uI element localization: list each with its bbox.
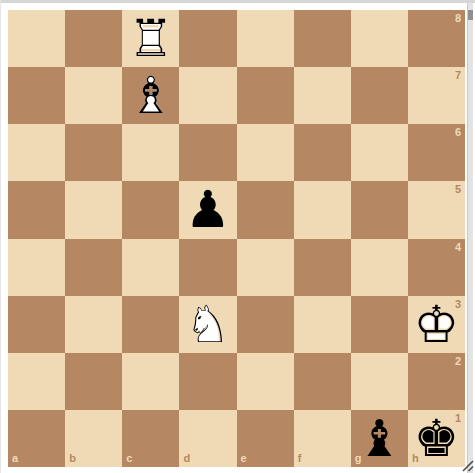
file-label-b: b <box>69 453 76 464</box>
white-bishop[interactable]: ♝♗ <box>122 67 179 124</box>
scrollbar-track[interactable] <box>467 3 473 473</box>
square-b2[interactable] <box>65 353 122 410</box>
square-h2[interactable]: 2 <box>408 353 465 410</box>
square-c1[interactable]: c <box>122 410 179 467</box>
square-b3[interactable] <box>65 296 122 353</box>
square-d2[interactable] <box>179 353 236 410</box>
square-g7[interactable] <box>351 67 408 124</box>
square-a1[interactable]: a <box>8 410 65 467</box>
square-e8[interactable] <box>237 10 294 67</box>
rank-label-5: 5 <box>455 184 461 195</box>
black-king[interactable]: ♚ <box>408 410 465 467</box>
square-c7[interactable]: ♝♗ <box>122 67 179 124</box>
square-b1[interactable]: b <box>65 410 122 467</box>
square-d8[interactable] <box>179 10 236 67</box>
square-h3[interactable]: 3♚♔ <box>408 296 465 353</box>
file-label-c: c <box>126 453 132 464</box>
square-a4[interactable] <box>8 239 65 296</box>
square-a2[interactable] <box>8 353 65 410</box>
square-c8[interactable]: ♜♖ <box>122 10 179 67</box>
square-g1[interactable]: g♝ <box>351 410 408 467</box>
square-b7[interactable] <box>65 67 122 124</box>
square-g8[interactable] <box>351 10 408 67</box>
square-e5[interactable] <box>237 181 294 238</box>
white-rook[interactable]: ♜♖ <box>122 10 179 67</box>
square-c2[interactable] <box>122 353 179 410</box>
rank-label-6: 6 <box>455 127 461 138</box>
file-label-a: a <box>12 453 18 464</box>
square-f8[interactable] <box>294 10 351 67</box>
square-h4[interactable]: 4 <box>408 239 465 296</box>
square-c3[interactable] <box>122 296 179 353</box>
file-label-e: e <box>241 453 247 464</box>
black-bishop[interactable]: ♝ <box>351 410 408 467</box>
white-rook-glyph-outline: ♖ <box>122 10 179 67</box>
square-d4[interactable] <box>179 239 236 296</box>
square-g5[interactable] <box>351 181 408 238</box>
file-label-f: f <box>298 453 302 464</box>
square-a8[interactable] <box>8 10 65 67</box>
window-top-edge <box>0 0 475 3</box>
white-bishop-glyph-outline: ♗ <box>122 67 179 124</box>
square-a7[interactable] <box>8 67 65 124</box>
square-b6[interactable] <box>65 124 122 181</box>
square-d7[interactable] <box>179 67 236 124</box>
square-d1[interactable]: d <box>179 410 236 467</box>
square-d5[interactable]: ♟ <box>179 181 236 238</box>
square-f4[interactable] <box>294 239 351 296</box>
square-a6[interactable] <box>8 124 65 181</box>
chess-board: ♜♖8♝♗76♟54♞♘3♚♔2abcdefg♝1h♚ <box>8 10 465 467</box>
window-left-edge <box>0 0 1 473</box>
resize-grip-icon[interactable] <box>460 458 474 472</box>
square-f5[interactable] <box>294 181 351 238</box>
square-g2[interactable] <box>351 353 408 410</box>
square-b8[interactable] <box>65 10 122 67</box>
file-label-d: d <box>183 453 190 464</box>
square-a5[interactable] <box>8 181 65 238</box>
square-b5[interactable] <box>65 181 122 238</box>
square-c4[interactable] <box>122 239 179 296</box>
black-pawn-glyph: ♟ <box>179 181 236 238</box>
rank-label-2: 2 <box>455 356 461 367</box>
square-e6[interactable] <box>237 124 294 181</box>
square-g3[interactable] <box>351 296 408 353</box>
black-bishop-glyph: ♝ <box>351 410 408 467</box>
white-king-glyph-outline: ♔ <box>408 296 465 353</box>
square-h6[interactable]: 6 <box>408 124 465 181</box>
rank-label-8: 8 <box>455 13 461 24</box>
square-h5[interactable]: 5 <box>408 181 465 238</box>
square-e1[interactable]: e <box>237 410 294 467</box>
square-h1[interactable]: 1h♚ <box>408 410 465 467</box>
rank-label-7: 7 <box>455 70 461 81</box>
square-f7[interactable] <box>294 67 351 124</box>
square-h7[interactable]: 7 <box>408 67 465 124</box>
white-knight[interactable]: ♞♘ <box>179 296 236 353</box>
square-c6[interactable] <box>122 124 179 181</box>
square-a3[interactable] <box>8 296 65 353</box>
white-knight-glyph-outline: ♘ <box>179 296 236 353</box>
square-e3[interactable] <box>237 296 294 353</box>
white-king[interactable]: ♚♔ <box>408 296 465 353</box>
square-f3[interactable] <box>294 296 351 353</box>
square-f6[interactable] <box>294 124 351 181</box>
square-g4[interactable] <box>351 239 408 296</box>
square-e4[interactable] <box>237 239 294 296</box>
square-f2[interactable] <box>294 353 351 410</box>
square-d6[interactable] <box>179 124 236 181</box>
square-e7[interactable] <box>237 67 294 124</box>
square-b4[interactable] <box>65 239 122 296</box>
square-f1[interactable]: f <box>294 410 351 467</box>
rank-label-4: 4 <box>455 242 461 253</box>
square-d3[interactable]: ♞♘ <box>179 296 236 353</box>
scrollbar-thumb[interactable] <box>468 10 473 20</box>
square-g6[interactable] <box>351 124 408 181</box>
square-c5[interactable] <box>122 181 179 238</box>
square-e2[interactable] <box>237 353 294 410</box>
square-h8[interactable]: 8 <box>408 10 465 67</box>
black-king-glyph: ♚ <box>408 410 465 467</box>
black-pawn[interactable]: ♟ <box>179 181 236 238</box>
